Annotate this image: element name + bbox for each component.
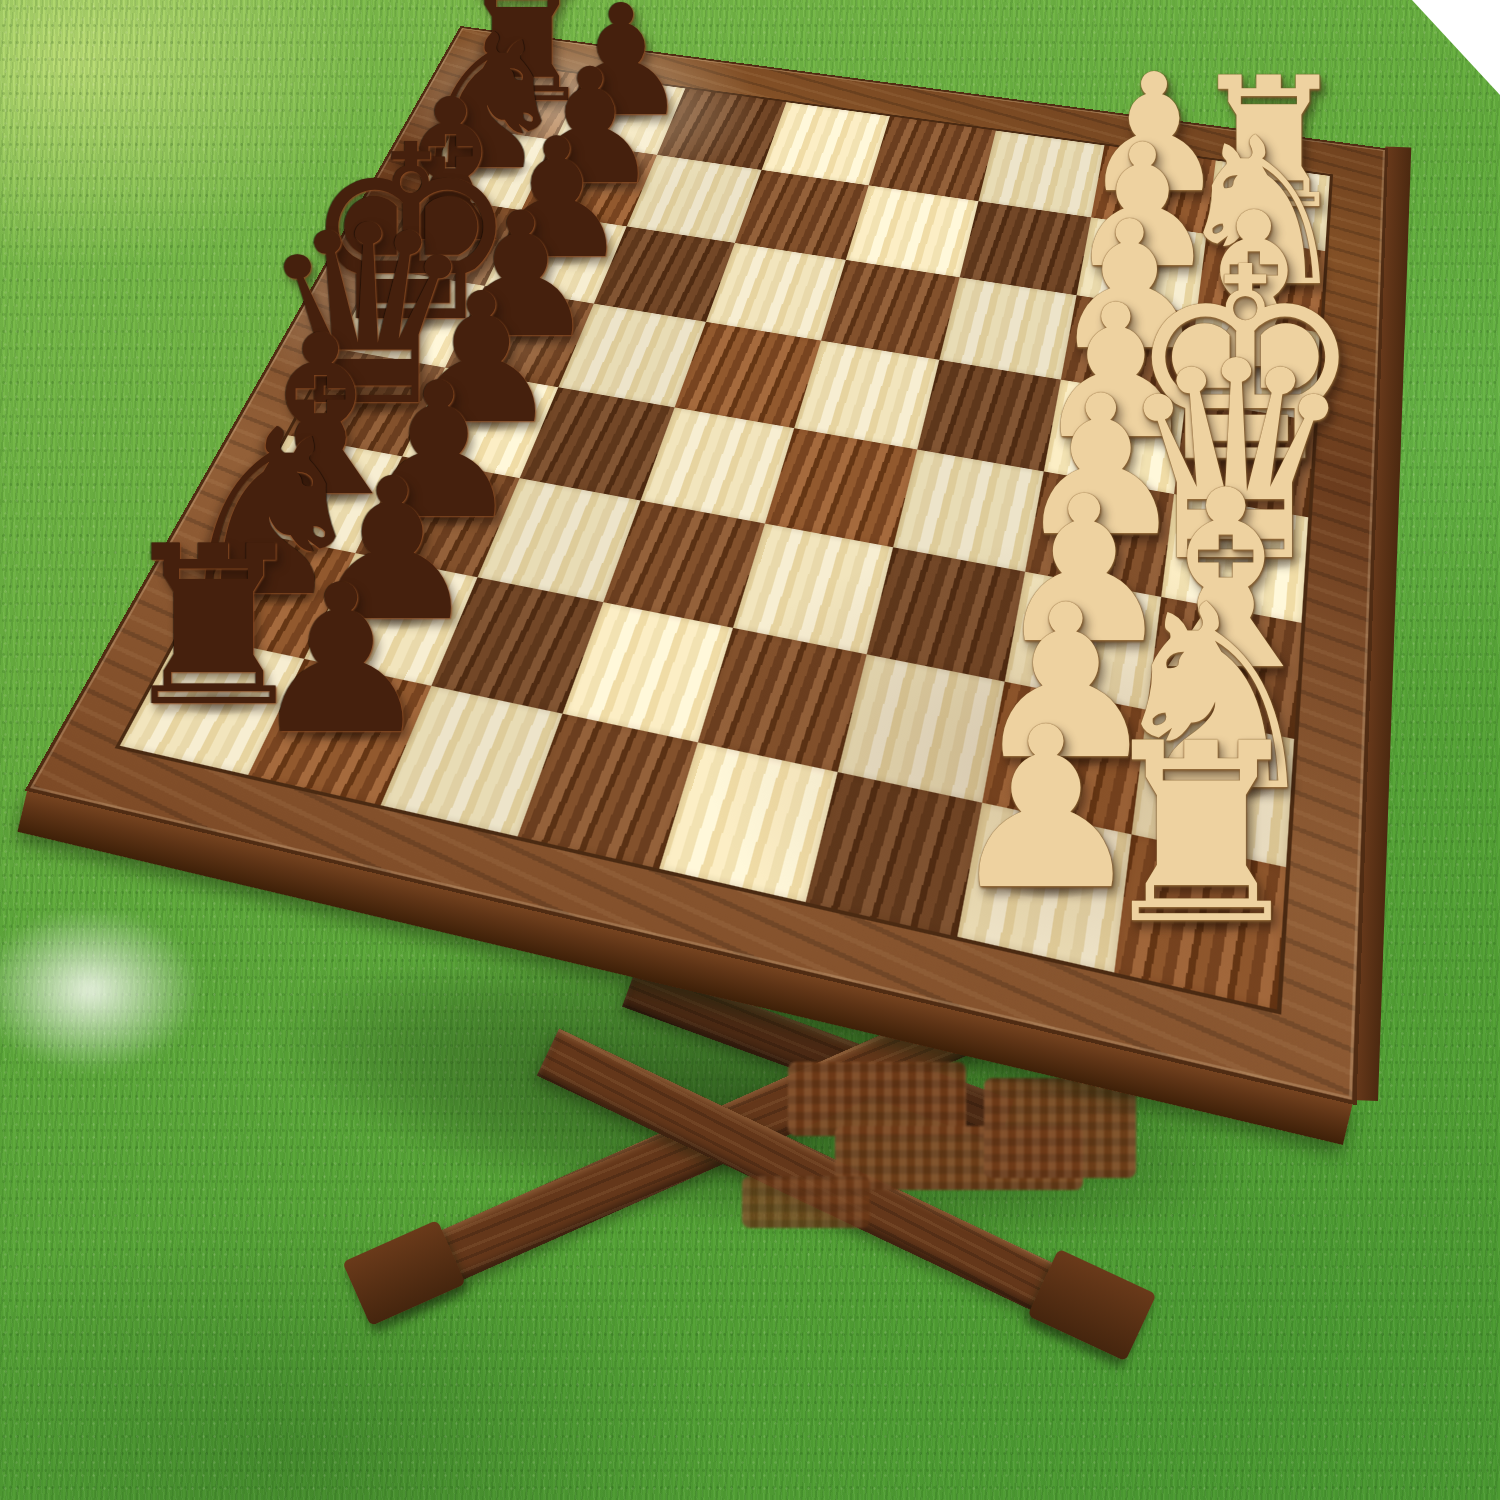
chess-piece-white-rook[interactable]: ♜ xyxy=(1091,711,1313,958)
blurred-watermark-patch xyxy=(742,1176,870,1228)
blurred-watermark-patch xyxy=(984,1078,1136,1178)
chess-piece-black-pawn[interactable]: ♟ xyxy=(249,557,433,762)
outdoor-scene: ♜♞♝♛♚♝♞♜♟♟♟♟♟♟♟♟♟♟♟♟♟♟♟♟♜♞♝♛♚♝♞♜ xyxy=(0,0,1500,1500)
blurred-watermark-patch xyxy=(788,1062,966,1136)
